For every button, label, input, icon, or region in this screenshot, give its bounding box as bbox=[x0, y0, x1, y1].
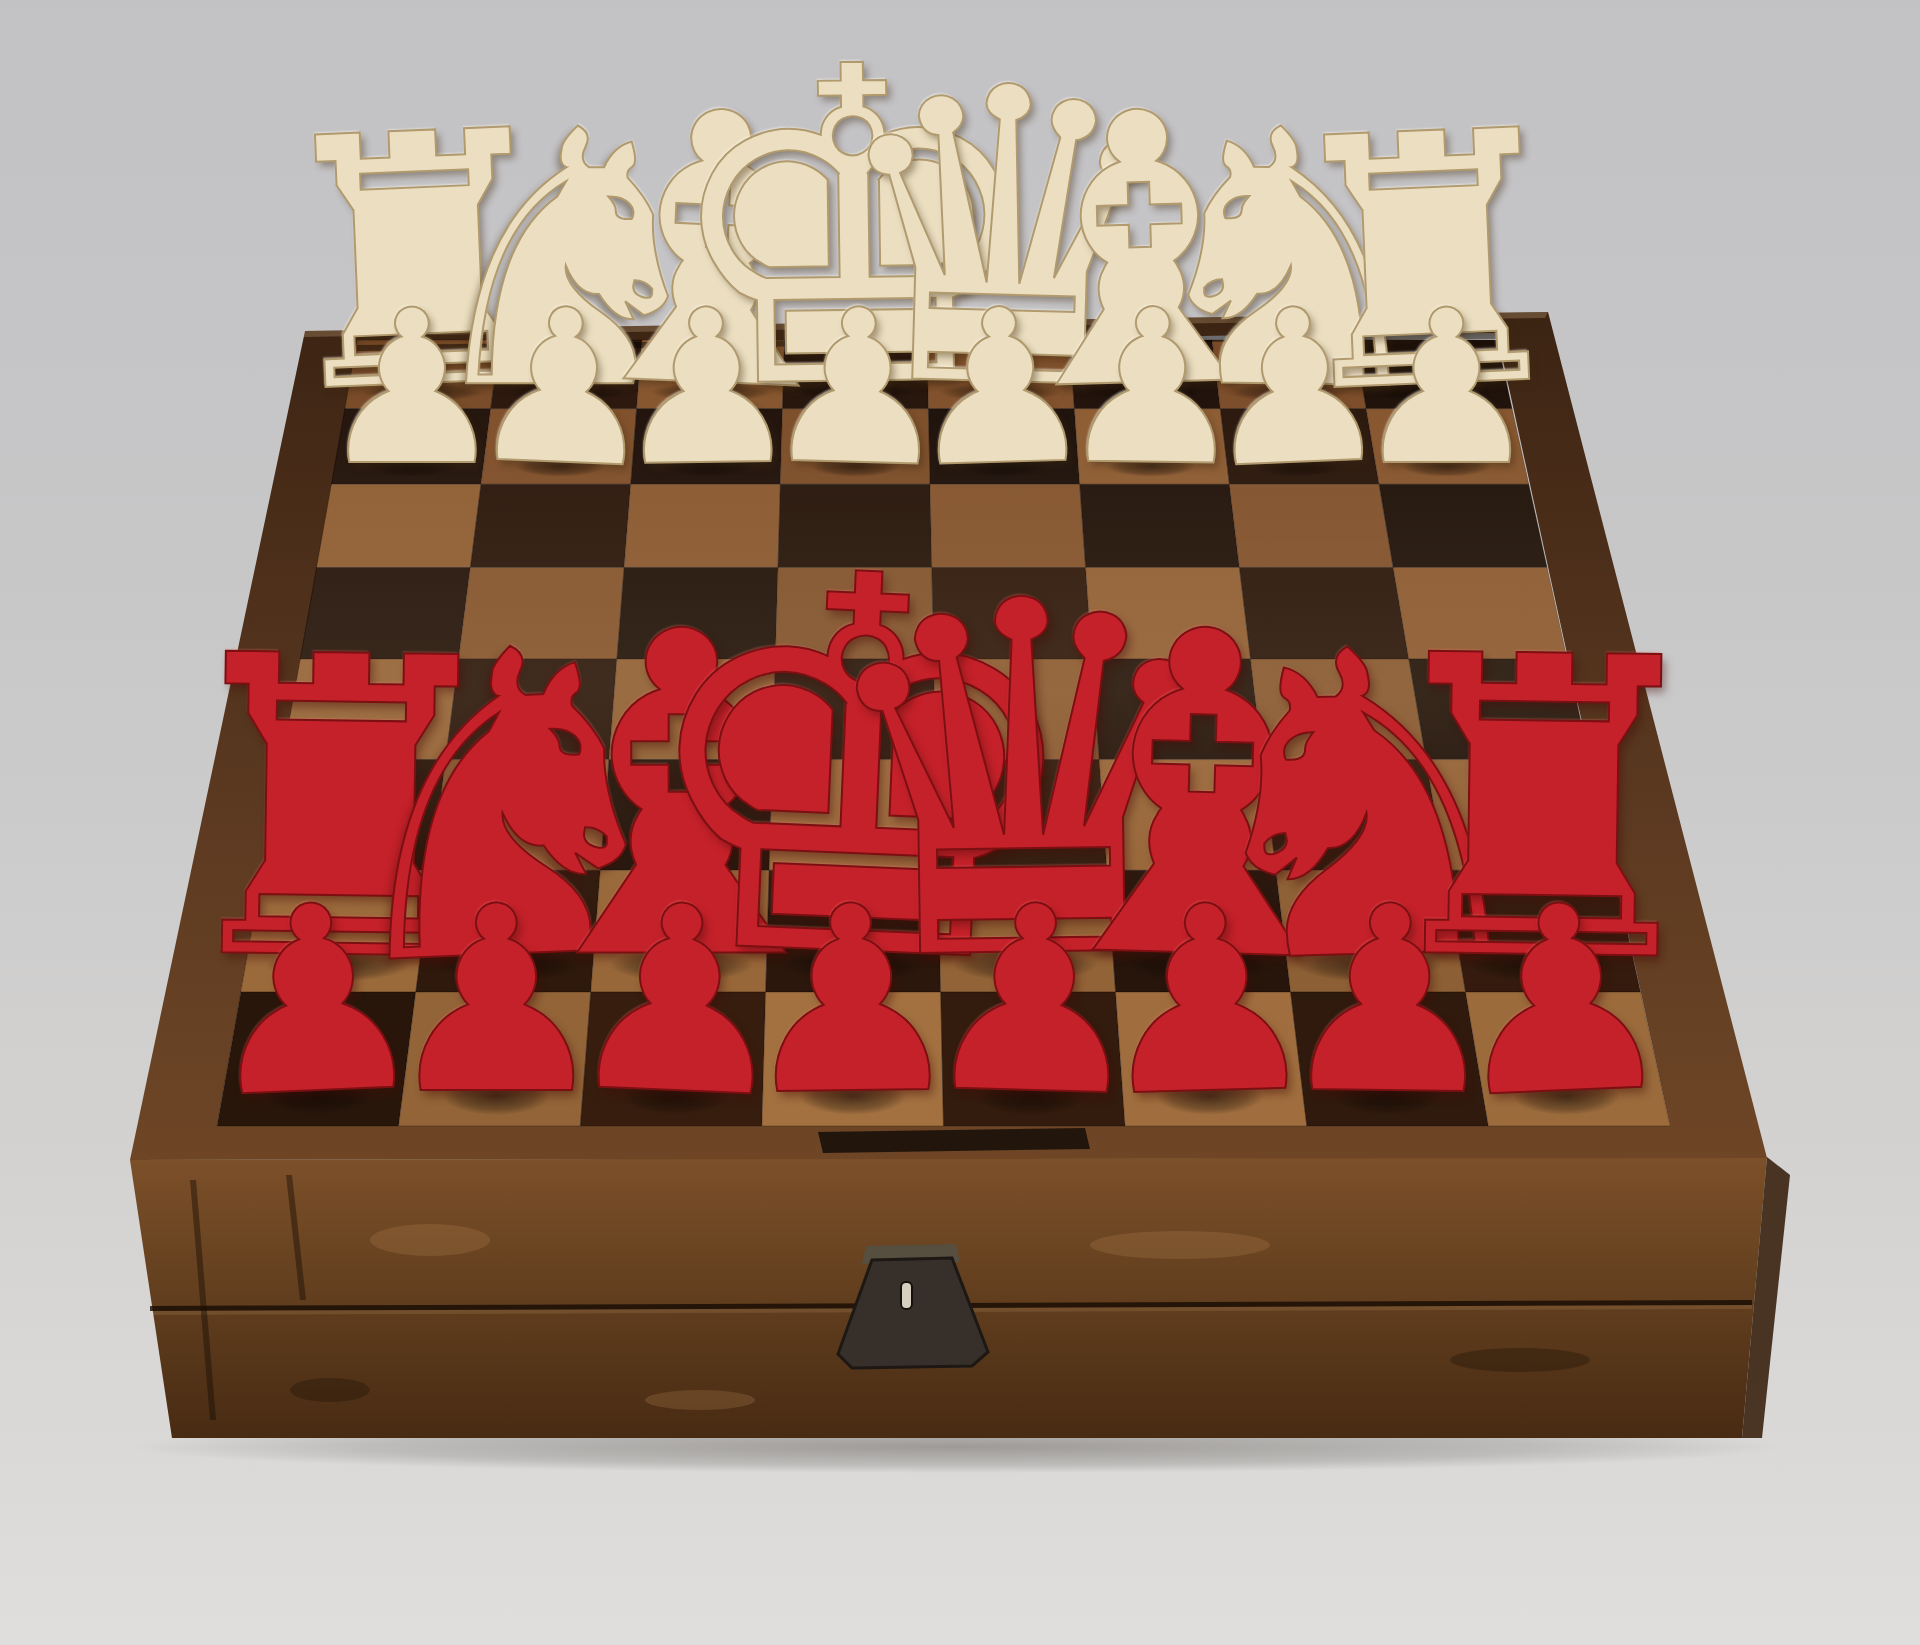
photo-scene: ♜♞♝♚♛♝♞♜♟♟♟♟♟♟♟♟♜♞♝♚♛♝♞♜♟♟♟♟♟♟♟♟ bbox=[0, 0, 1920, 1645]
wood-grain-mark bbox=[1090, 1231, 1270, 1259]
latch-keyhole-pin bbox=[901, 1282, 912, 1309]
latch-mortise-slot bbox=[818, 1128, 1090, 1153]
chessboard-box bbox=[0, 0, 1920, 1645]
wood-grain-mark bbox=[370, 1224, 490, 1256]
wood-grain-mark bbox=[1450, 1348, 1590, 1372]
surface-sheen bbox=[217, 333, 1670, 1126]
wood-grain-mark bbox=[645, 1390, 755, 1410]
wood-grain-mark bbox=[290, 1378, 370, 1402]
